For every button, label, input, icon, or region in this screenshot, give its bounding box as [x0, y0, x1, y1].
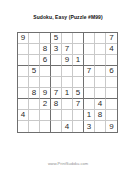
cell-r1c1: 9: [18, 33, 29, 44]
cell-r3c8[interactable]: [95, 55, 106, 66]
cell-r8c3[interactable]: [40, 110, 51, 121]
cell-r4c4[interactable]: [51, 66, 62, 77]
cell-r1c3[interactable]: [40, 33, 51, 44]
cell-r8c4[interactable]: [51, 110, 62, 121]
cell-r3c1[interactable]: [18, 55, 29, 66]
cell-r1c5[interactable]: [62, 33, 73, 44]
cell-r5c4[interactable]: [51, 77, 62, 88]
cell-r2c3: 8: [40, 44, 51, 55]
cell-r8c7: 1: [84, 110, 95, 121]
cell-r9c1[interactable]: [18, 121, 29, 132]
cell-r6c3: 9: [40, 88, 51, 99]
cell-r7c3: 2: [40, 99, 51, 110]
cell-r5c2[interactable]: [29, 77, 40, 88]
cell-r2c8[interactable]: [95, 44, 106, 55]
cell-r6c6: 5: [73, 88, 84, 99]
cell-r6c2: 8: [29, 88, 40, 99]
cell-r1c6[interactable]: [73, 33, 84, 44]
cell-r7c6: 7: [73, 99, 84, 110]
cell-r7c1[interactable]: [18, 99, 29, 110]
cell-r7c7[interactable]: [84, 99, 95, 110]
cell-r4c8[interactable]: [95, 66, 106, 77]
cell-r6c7[interactable]: [84, 88, 95, 99]
cell-r3c5: 9: [62, 55, 73, 66]
cell-r1c9: 7: [106, 33, 117, 44]
cell-r4c9: 6: [106, 66, 117, 77]
cell-r2c7[interactable]: [84, 44, 95, 55]
cell-r9c3[interactable]: [40, 121, 51, 132]
cell-r2c2[interactable]: [29, 44, 40, 55]
cell-r2c4: 3: [51, 44, 62, 55]
cell-r8c5[interactable]: [62, 110, 73, 121]
cell-r8c6[interactable]: [73, 110, 84, 121]
cell-r5c7[interactable]: [84, 77, 95, 88]
cell-r3c7[interactable]: [84, 55, 95, 66]
cell-r1c4: 5: [51, 33, 62, 44]
cell-r6c4: 7: [51, 88, 62, 99]
cell-r4c1[interactable]: [18, 66, 29, 77]
cell-r7c8: 4: [95, 99, 106, 110]
cell-r5c9[interactable]: [106, 77, 117, 88]
cell-r6c8[interactable]: [95, 88, 106, 99]
cell-r4c7: 7: [84, 66, 95, 77]
cell-r6c5: 1: [62, 88, 73, 99]
cell-r3c6: 1: [73, 55, 84, 66]
cell-r9c9: 9: [106, 121, 117, 132]
sudoku-print-page: Sudoku, Easy (Puzzle #M99) 9578374691576…: [0, 0, 136, 176]
cell-r7c2[interactable]: [29, 99, 40, 110]
cell-r4c3[interactable]: [40, 66, 51, 77]
cell-r9c4[interactable]: [51, 121, 62, 132]
cell-r5c1[interactable]: [18, 77, 29, 88]
cell-r2c9: 4: [106, 44, 117, 55]
cell-r7c4: 8: [51, 99, 62, 110]
cell-r5c6[interactable]: [73, 77, 84, 88]
cell-r3c2[interactable]: [29, 55, 40, 66]
cell-r8c9[interactable]: [106, 110, 117, 121]
sudoku-board: 9578374691576897152874418439: [17, 32, 118, 133]
cell-r2c6[interactable]: [73, 44, 84, 55]
cell-r4c6[interactable]: [73, 66, 84, 77]
cell-r7c9[interactable]: [106, 99, 117, 110]
cell-r9c6[interactable]: [73, 121, 84, 132]
cell-r8c8: 8: [95, 110, 106, 121]
cell-r1c8[interactable]: [95, 33, 106, 44]
cell-r5c3[interactable]: [40, 77, 51, 88]
cell-r2c5: 7: [62, 44, 73, 55]
cell-r3c9[interactable]: [106, 55, 117, 66]
footer-url: www.PrintSudoku.com: [0, 161, 136, 166]
cell-r6c9[interactable]: [106, 88, 117, 99]
cell-r4c2: 5: [29, 66, 40, 77]
cell-r3c3: 6: [40, 55, 51, 66]
cell-r9c8[interactable]: [95, 121, 106, 132]
cell-r9c2[interactable]: [29, 121, 40, 132]
cell-r8c2[interactable]: [29, 110, 40, 121]
cell-r8c1: 4: [18, 110, 29, 121]
cell-r7c5[interactable]: [62, 99, 73, 110]
cell-r1c7[interactable]: [84, 33, 95, 44]
cell-r5c5[interactable]: [62, 77, 73, 88]
page-title: Sudoku, Easy (Puzzle #M99): [0, 14, 136, 20]
cell-r1c2[interactable]: [29, 33, 40, 44]
cell-r9c7: 3: [84, 121, 95, 132]
cell-r2c1[interactable]: [18, 44, 29, 55]
cell-r9c5: 4: [62, 121, 73, 132]
cell-r6c1[interactable]: [18, 88, 29, 99]
cell-r3c4[interactable]: [51, 55, 62, 66]
cell-r4c5[interactable]: [62, 66, 73, 77]
cell-r5c8[interactable]: [95, 77, 106, 88]
